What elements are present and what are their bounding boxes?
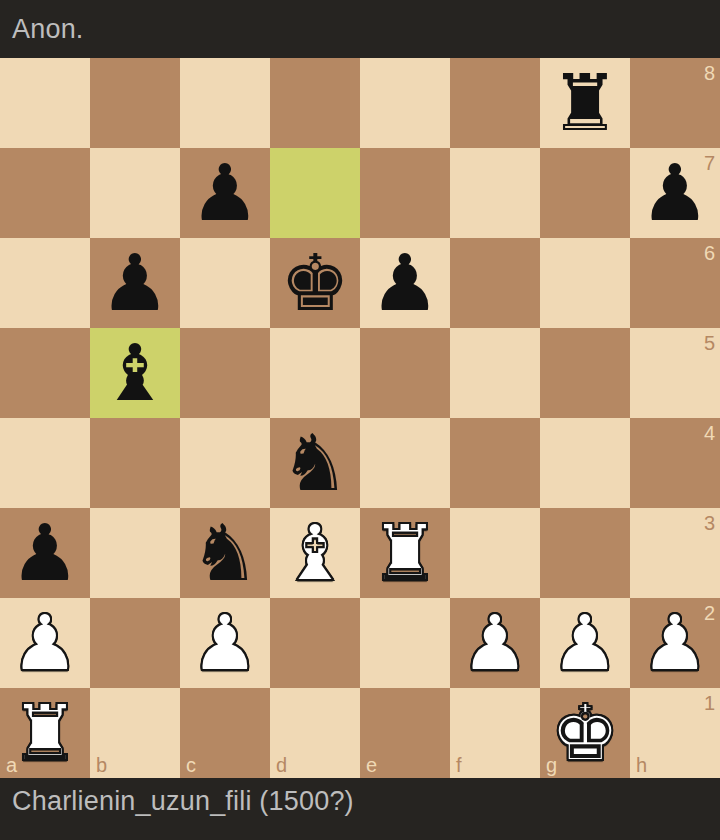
square-f5[interactable] (450, 328, 540, 418)
file-label-e: e (366, 755, 377, 775)
black-knight-d4[interactable]: ♞ (270, 418, 360, 508)
square-d1[interactable]: d (270, 688, 360, 778)
square-a8[interactable] (0, 58, 90, 148)
square-d7[interactable] (270, 148, 360, 238)
square-h8[interactable]: 8 (630, 58, 720, 148)
square-b2[interactable] (90, 598, 180, 688)
square-h4[interactable]: 4 (630, 418, 720, 508)
white-rook-a1[interactable]: ♜ (0, 688, 90, 778)
player-bottom-name: Charlienin_uzun_fili (1500?) (12, 786, 354, 817)
square-d2[interactable] (270, 598, 360, 688)
square-g7[interactable] (540, 148, 630, 238)
square-g1[interactable]: g♚ (540, 688, 630, 778)
square-c2[interactable]: ♟ (180, 598, 270, 688)
rank-label-4: 4 (704, 423, 715, 443)
square-e7[interactable] (360, 148, 450, 238)
player-top-name: Anon. (12, 14, 84, 45)
square-g4[interactable] (540, 418, 630, 508)
white-pawn-h2[interactable]: ♟ (630, 598, 720, 688)
square-h7[interactable]: 7♟ (630, 148, 720, 238)
file-label-h: h (636, 755, 647, 775)
square-g3[interactable] (540, 508, 630, 598)
square-c7[interactable]: ♟ (180, 148, 270, 238)
rank-label-5: 5 (704, 333, 715, 353)
black-knight-c3[interactable]: ♞ (180, 508, 270, 598)
square-b3[interactable] (90, 508, 180, 598)
white-pawn-g2[interactable]: ♟ (540, 598, 630, 688)
rank-label-1: 1 (704, 693, 715, 713)
file-label-d: d (276, 755, 287, 775)
white-pawn-c2[interactable]: ♟ (180, 598, 270, 688)
square-c3[interactable]: ♞ (180, 508, 270, 598)
white-rook-e3[interactable]: ♜ (360, 508, 450, 598)
black-bishop-b5[interactable]: ♝ (90, 328, 180, 418)
file-label-f: f (456, 755, 462, 775)
square-a5[interactable] (0, 328, 90, 418)
rank-label-6: 6 (704, 243, 715, 263)
square-b8[interactable] (90, 58, 180, 148)
square-f8[interactable] (450, 58, 540, 148)
square-e8[interactable] (360, 58, 450, 148)
black-rook-g8[interactable]: ♜ (540, 58, 630, 148)
square-b7[interactable] (90, 148, 180, 238)
rank-label-3: 3 (704, 513, 715, 533)
square-d4[interactable]: ♞ (270, 418, 360, 508)
square-h6[interactable]: 6 (630, 238, 720, 328)
square-b5[interactable]: ♝ (90, 328, 180, 418)
square-f4[interactable] (450, 418, 540, 508)
white-king-g1[interactable]: ♚ (540, 688, 630, 778)
square-a6[interactable] (0, 238, 90, 328)
square-f3[interactable] (450, 508, 540, 598)
file-label-c: c (186, 755, 196, 775)
square-a7[interactable] (0, 148, 90, 238)
square-c5[interactable] (180, 328, 270, 418)
square-d5[interactable] (270, 328, 360, 418)
square-b1[interactable]: b (90, 688, 180, 778)
rank-label-8: 8 (704, 63, 715, 83)
black-pawn-a3[interactable]: ♟ (0, 508, 90, 598)
square-e5[interactable] (360, 328, 450, 418)
square-d8[interactable] (270, 58, 360, 148)
square-g6[interactable] (540, 238, 630, 328)
square-h2[interactable]: 2♟ (630, 598, 720, 688)
chess-board: ♜8♟7♟♟♚♟6♝5♞4♟♞♝♜3♟♟♟♟2♟a♜bcdefg♚1h (0, 58, 720, 778)
square-c8[interactable] (180, 58, 270, 148)
square-g5[interactable] (540, 328, 630, 418)
player-top-bar: Anon. (0, 0, 720, 58)
white-pawn-f2[interactable]: ♟ (450, 598, 540, 688)
square-f2[interactable]: ♟ (450, 598, 540, 688)
black-pawn-c7[interactable]: ♟ (180, 148, 270, 238)
square-e1[interactable]: e (360, 688, 450, 778)
square-h1[interactable]: 1h (630, 688, 720, 778)
white-bishop-d3[interactable]: ♝ (270, 508, 360, 598)
square-b4[interactable] (90, 418, 180, 508)
square-e6[interactable]: ♟ (360, 238, 450, 328)
square-c6[interactable] (180, 238, 270, 328)
square-h5[interactable]: 5 (630, 328, 720, 418)
file-label-b: b (96, 755, 107, 775)
square-h3[interactable]: 3 (630, 508, 720, 598)
square-a4[interactable] (0, 418, 90, 508)
white-pawn-a2[interactable]: ♟ (0, 598, 90, 688)
square-d3[interactable]: ♝ (270, 508, 360, 598)
square-g2[interactable]: ♟ (540, 598, 630, 688)
black-pawn-e6[interactable]: ♟ (360, 238, 450, 328)
black-pawn-b6[interactable]: ♟ (90, 238, 180, 328)
square-c1[interactable]: c (180, 688, 270, 778)
square-a1[interactable]: a♜ (0, 688, 90, 778)
square-a2[interactable]: ♟ (0, 598, 90, 688)
square-e4[interactable] (360, 418, 450, 508)
square-f7[interactable] (450, 148, 540, 238)
square-e2[interactable] (360, 598, 450, 688)
square-g8[interactable]: ♜ (540, 58, 630, 148)
black-pawn-h7[interactable]: ♟ (630, 148, 720, 238)
square-c4[interactable] (180, 418, 270, 508)
square-f1[interactable]: f (450, 688, 540, 778)
square-d6[interactable]: ♚ (270, 238, 360, 328)
square-f6[interactable] (450, 238, 540, 328)
black-king-d6[interactable]: ♚ (270, 238, 360, 328)
square-a3[interactable]: ♟ (0, 508, 90, 598)
square-b6[interactable]: ♟ (90, 238, 180, 328)
player-bottom-bar: Charlienin_uzun_fili (1500?) (0, 778, 720, 840)
square-e3[interactable]: ♜ (360, 508, 450, 598)
